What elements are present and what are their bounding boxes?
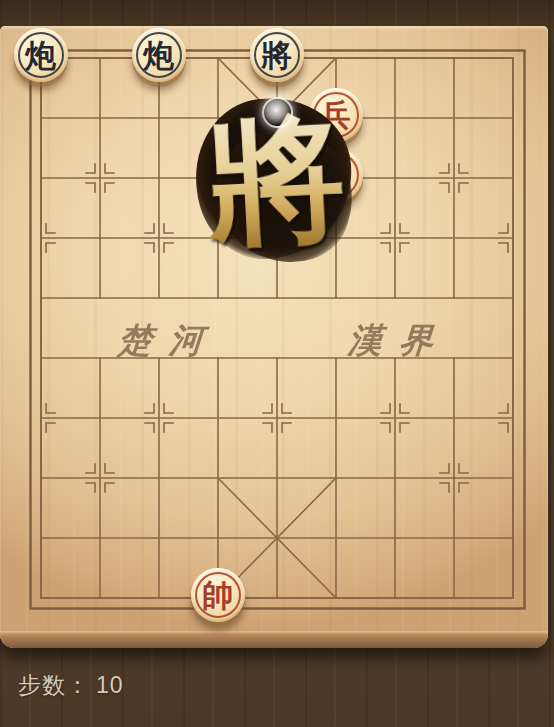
piece-red-general[interactable]: 帥 bbox=[191, 568, 245, 622]
piece-black-cannon-right[interactable]: 炮 bbox=[132, 28, 186, 82]
board-point-7-0[interactable] bbox=[424, 28, 483, 88]
board-point-5-3[interactable] bbox=[306, 208, 365, 268]
board-point-2-8[interactable] bbox=[129, 508, 188, 568]
board-point-4-3[interactable] bbox=[247, 208, 306, 268]
board-point-0-2[interactable] bbox=[11, 148, 70, 208]
board-point-8-6[interactable] bbox=[483, 388, 542, 448]
board-point-6-2[interactable] bbox=[365, 148, 424, 208]
board-point-3-5[interactable] bbox=[188, 328, 247, 388]
piece-glyph: 帥 bbox=[191, 568, 245, 622]
board-point-4-4[interactable] bbox=[247, 268, 306, 328]
move-counter-separator: ： bbox=[66, 672, 90, 698]
board-point-8-8[interactable] bbox=[483, 508, 542, 568]
board-point-2-6[interactable] bbox=[129, 388, 188, 448]
board-point-1-2[interactable] bbox=[70, 148, 129, 208]
board-point-8-1[interactable] bbox=[483, 88, 542, 148]
board-point-4-6[interactable] bbox=[247, 388, 306, 448]
board-point-7-9[interactable] bbox=[424, 568, 483, 628]
board-point-2-5[interactable] bbox=[129, 328, 188, 388]
board-point-1-3[interactable] bbox=[70, 208, 129, 268]
board-point-4-9[interactable] bbox=[247, 568, 306, 628]
board-point-2-3[interactable] bbox=[129, 208, 188, 268]
board-point-4-2[interactable] bbox=[247, 148, 306, 208]
board-point-4-7[interactable] bbox=[247, 448, 306, 508]
move-counter: 步数：10 bbox=[18, 670, 124, 701]
board-point-7-3[interactable] bbox=[424, 208, 483, 268]
piece-glyph: 兵 bbox=[309, 88, 363, 142]
board-point-8-5[interactable] bbox=[483, 328, 542, 388]
board-point-1-6[interactable] bbox=[70, 388, 129, 448]
board-point-6-8[interactable] bbox=[365, 508, 424, 568]
piece-red-soldier-back[interactable]: 兵 bbox=[309, 148, 363, 202]
board-point-2-1[interactable] bbox=[129, 88, 188, 148]
board-point-4-5[interactable] bbox=[247, 328, 306, 388]
board-point-3-2[interactable] bbox=[188, 148, 247, 208]
xiangqi-game-screen: 楚河 漢界 炮炮將兵兵帥 將 步数：10 bbox=[0, 0, 554, 727]
board-point-1-9[interactable] bbox=[70, 568, 129, 628]
move-counter-value: 10 bbox=[96, 672, 124, 698]
board-point-6-9[interactable] bbox=[365, 568, 424, 628]
board-point-3-0[interactable] bbox=[188, 28, 247, 88]
board-point-7-8[interactable] bbox=[424, 508, 483, 568]
board-point-8-7[interactable] bbox=[483, 448, 542, 508]
board-point-6-4[interactable] bbox=[365, 268, 424, 328]
piece-glyph: 兵 bbox=[309, 148, 363, 202]
board-point-0-7[interactable] bbox=[11, 448, 70, 508]
board-point-2-2[interactable] bbox=[129, 148, 188, 208]
board-point-1-4[interactable] bbox=[70, 268, 129, 328]
board-point-6-6[interactable] bbox=[365, 388, 424, 448]
board-point-5-0[interactable] bbox=[306, 28, 365, 88]
board-point-8-4[interactable] bbox=[483, 268, 542, 328]
board-point-5-9[interactable] bbox=[306, 568, 365, 628]
board-point-0-5[interactable] bbox=[11, 328, 70, 388]
board-point-5-6[interactable] bbox=[306, 388, 365, 448]
board-point-5-5[interactable] bbox=[306, 328, 365, 388]
board-point-3-3[interactable] bbox=[188, 208, 247, 268]
board-point-6-5[interactable] bbox=[365, 328, 424, 388]
board-point-8-2[interactable] bbox=[483, 148, 542, 208]
board-point-1-0[interactable] bbox=[70, 28, 129, 88]
move-counter-label: 步数 bbox=[18, 672, 66, 698]
board-point-1-1[interactable] bbox=[70, 88, 129, 148]
piece-black-general[interactable]: 將 bbox=[250, 28, 304, 82]
board-point-5-8[interactable] bbox=[306, 508, 365, 568]
piece-glyph: 將 bbox=[250, 28, 304, 82]
board-point-8-9[interactable] bbox=[483, 568, 542, 628]
board-point-5-7[interactable] bbox=[306, 448, 365, 508]
board-point-8-3[interactable] bbox=[483, 208, 542, 268]
board-point-0-1[interactable] bbox=[11, 88, 70, 148]
board-point-7-2[interactable] bbox=[424, 148, 483, 208]
board-point-3-8[interactable] bbox=[188, 508, 247, 568]
piece-black-cannon-left[interactable]: 炮 bbox=[14, 28, 68, 82]
piece-glyph: 炮 bbox=[14, 28, 68, 82]
board-point-3-6[interactable] bbox=[188, 388, 247, 448]
shine-highlight-icon bbox=[262, 97, 293, 128]
board-point-0-8[interactable] bbox=[11, 508, 70, 568]
board-point-5-4[interactable] bbox=[306, 268, 365, 328]
board-point-7-7[interactable] bbox=[424, 448, 483, 508]
board-point-1-8[interactable] bbox=[70, 508, 129, 568]
board-point-8-0[interactable] bbox=[483, 28, 542, 88]
board-point-1-5[interactable] bbox=[70, 328, 129, 388]
board-point-6-0[interactable] bbox=[365, 28, 424, 88]
board-point-0-9[interactable] bbox=[11, 568, 70, 628]
board-point-0-6[interactable] bbox=[11, 388, 70, 448]
board-point-6-3[interactable] bbox=[365, 208, 424, 268]
board-point-7-5[interactable] bbox=[424, 328, 483, 388]
board-point-6-7[interactable] bbox=[365, 448, 424, 508]
board-point-1-7[interactable] bbox=[70, 448, 129, 508]
piece-glyph: 炮 bbox=[132, 28, 186, 82]
board-point-3-7[interactable] bbox=[188, 448, 247, 508]
board-point-6-1[interactable] bbox=[365, 88, 424, 148]
board-point-7-1[interactable] bbox=[424, 88, 483, 148]
board-point-0-4[interactable] bbox=[11, 268, 70, 328]
board-point-3-4[interactable] bbox=[188, 268, 247, 328]
board-point-2-9[interactable] bbox=[129, 568, 188, 628]
board-point-7-6[interactable] bbox=[424, 388, 483, 448]
board-point-2-7[interactable] bbox=[129, 448, 188, 508]
piece-red-soldier-front[interactable]: 兵 bbox=[309, 88, 363, 142]
board-point-7-4[interactable] bbox=[424, 268, 483, 328]
board-point-0-3[interactable] bbox=[11, 208, 70, 268]
board-point-2-4[interactable] bbox=[129, 268, 188, 328]
board-point-3-1[interactable] bbox=[188, 88, 247, 148]
board-point-4-8[interactable] bbox=[247, 508, 306, 568]
